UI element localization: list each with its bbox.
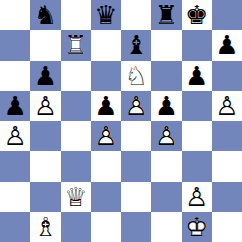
square-a6[interactable] xyxy=(0,61,30,91)
square-f3[interactable] xyxy=(151,151,181,181)
square-g7[interactable] xyxy=(182,30,212,60)
square-a4[interactable]: ♟♙ xyxy=(0,121,30,151)
square-c4[interactable] xyxy=(61,121,91,151)
square-e6[interactable]: ♞♘ xyxy=(121,61,151,91)
square-h4[interactable] xyxy=(212,121,242,151)
piece-outline-layer: ♙ xyxy=(121,91,151,121)
piece-fill-layer: ♟ xyxy=(30,61,60,91)
white-pawn-d4: ♟♙ xyxy=(91,121,121,151)
square-b5[interactable]: ♟♙ xyxy=(30,91,60,121)
piece-outline-layer: ♙ xyxy=(30,91,60,121)
square-g3[interactable] xyxy=(182,151,212,181)
square-f7[interactable] xyxy=(151,30,181,60)
square-g5[interactable] xyxy=(182,91,212,121)
square-b4[interactable] xyxy=(30,121,60,151)
piece-outline-layer: ♙ xyxy=(91,121,121,151)
square-f1[interactable] xyxy=(151,212,181,242)
square-g1[interactable]: ♚♔ xyxy=(182,212,212,242)
square-b6[interactable]: ♟ xyxy=(30,61,60,91)
square-d4[interactable]: ♟♙ xyxy=(91,121,121,151)
black-knight-b8: ♞ xyxy=(30,0,60,30)
white-pawn-f4: ♟♙ xyxy=(151,121,181,151)
black-pawn-f5: ♟ xyxy=(151,91,181,121)
black-king-g8: ♚ xyxy=(182,0,212,30)
white-bishop-b1: ♝♗ xyxy=(30,212,60,242)
piece-outline-layer: ♙ xyxy=(212,91,242,121)
square-e5[interactable]: ♟♙ xyxy=(121,91,151,121)
square-e4[interactable] xyxy=(121,121,151,151)
piece-fill-layer: ♟ xyxy=(91,91,121,121)
piece-outline-layer: ♕ xyxy=(61,182,91,212)
piece-fill-layer: ♝ xyxy=(121,30,151,60)
piece-outline-layer: ♙ xyxy=(182,182,212,212)
square-g6[interactable]: ♟ xyxy=(182,61,212,91)
white-pawn-a4: ♟♙ xyxy=(0,121,30,151)
square-d8[interactable]: ♛ xyxy=(91,0,121,30)
square-g2[interactable]: ♟♙ xyxy=(182,182,212,212)
square-c2[interactable]: ♛♕ xyxy=(61,182,91,212)
square-b1[interactable]: ♝♗ xyxy=(30,212,60,242)
square-c6[interactable] xyxy=(61,61,91,91)
white-queen-c2: ♛♕ xyxy=(61,182,91,212)
square-e2[interactable] xyxy=(121,182,151,212)
chess-board: ♞♛♜♚♜♖♝♟♟♞♘♟♟♟♙♟♟♙♟♟♙♟♙♟♙♟♙♛♕♟♙♝♗♚♔ xyxy=(0,0,242,242)
square-d5[interactable]: ♟ xyxy=(91,91,121,121)
square-h1[interactable] xyxy=(212,212,242,242)
black-pawn-b6: ♟ xyxy=(30,61,60,91)
square-h3[interactable] xyxy=(212,151,242,181)
square-c7[interactable]: ♜♖ xyxy=(61,30,91,60)
piece-outline-layer: ♗ xyxy=(30,212,60,242)
square-b8[interactable]: ♞ xyxy=(30,0,60,30)
piece-fill-layer: ♟ xyxy=(151,91,181,121)
white-pawn-b5: ♟♙ xyxy=(30,91,60,121)
white-pawn-e5: ♟♙ xyxy=(121,91,151,121)
white-knight-e6: ♞♘ xyxy=(121,61,151,91)
square-h7[interactable]: ♟ xyxy=(212,30,242,60)
square-d6[interactable] xyxy=(91,61,121,91)
white-pawn-g2: ♟♙ xyxy=(182,182,212,212)
piece-fill-layer: ♞ xyxy=(30,0,60,30)
square-f2[interactable] xyxy=(151,182,181,212)
square-c3[interactable] xyxy=(61,151,91,181)
square-h2[interactable] xyxy=(212,182,242,212)
black-pawn-g6: ♟ xyxy=(182,61,212,91)
square-b2[interactable] xyxy=(30,182,60,212)
square-e7[interactable]: ♝ xyxy=(121,30,151,60)
square-d7[interactable] xyxy=(91,30,121,60)
black-rook-f8: ♜ xyxy=(151,0,181,30)
black-bishop-e7: ♝ xyxy=(121,30,151,60)
square-h6[interactable] xyxy=(212,61,242,91)
piece-fill-layer: ♟ xyxy=(212,30,242,60)
piece-fill-layer: ♚ xyxy=(182,0,212,30)
white-king-g1: ♚♔ xyxy=(182,212,212,242)
square-f6[interactable] xyxy=(151,61,181,91)
square-e1[interactable] xyxy=(121,212,151,242)
square-a5[interactable]: ♟ xyxy=(0,91,30,121)
white-pawn-h5: ♟♙ xyxy=(212,91,242,121)
square-d2[interactable] xyxy=(91,182,121,212)
square-b3[interactable] xyxy=(30,151,60,181)
square-a2[interactable] xyxy=(0,182,30,212)
square-a3[interactable] xyxy=(0,151,30,181)
square-c1[interactable] xyxy=(61,212,91,242)
square-c8[interactable] xyxy=(61,0,91,30)
square-d1[interactable] xyxy=(91,212,121,242)
square-e8[interactable] xyxy=(121,0,151,30)
square-d3[interactable] xyxy=(91,151,121,181)
piece-fill-layer: ♛ xyxy=(91,0,121,30)
piece-fill-layer: ♟ xyxy=(0,91,30,121)
black-queen-d8: ♛ xyxy=(91,0,121,30)
square-h8[interactable] xyxy=(212,0,242,30)
white-rook-c7: ♜♖ xyxy=(61,30,91,60)
square-b7[interactable] xyxy=(30,30,60,60)
square-a8[interactable] xyxy=(0,0,30,30)
square-h5[interactable]: ♟♙ xyxy=(212,91,242,121)
piece-fill-layer: ♟ xyxy=(182,61,212,91)
black-pawn-d5: ♟ xyxy=(91,91,121,121)
square-f4[interactable]: ♟♙ xyxy=(151,121,181,151)
piece-fill-layer: ♜ xyxy=(151,0,181,30)
piece-outline-layer: ♖ xyxy=(61,30,91,60)
square-f8[interactable]: ♜ xyxy=(151,0,181,30)
square-a7[interactable] xyxy=(0,30,30,60)
black-pawn-h7: ♟ xyxy=(212,30,242,60)
square-c5[interactable] xyxy=(61,91,91,121)
square-a1[interactable] xyxy=(0,212,30,242)
piece-outline-layer: ♘ xyxy=(121,61,151,91)
piece-outline-layer: ♙ xyxy=(0,121,30,151)
square-f5[interactable]: ♟ xyxy=(151,91,181,121)
square-e3[interactable] xyxy=(121,151,151,181)
piece-outline-layer: ♙ xyxy=(151,121,181,151)
square-g4[interactable] xyxy=(182,121,212,151)
black-pawn-a5: ♟ xyxy=(0,91,30,121)
piece-outline-layer: ♔ xyxy=(182,212,212,242)
square-g8[interactable]: ♚ xyxy=(182,0,212,30)
